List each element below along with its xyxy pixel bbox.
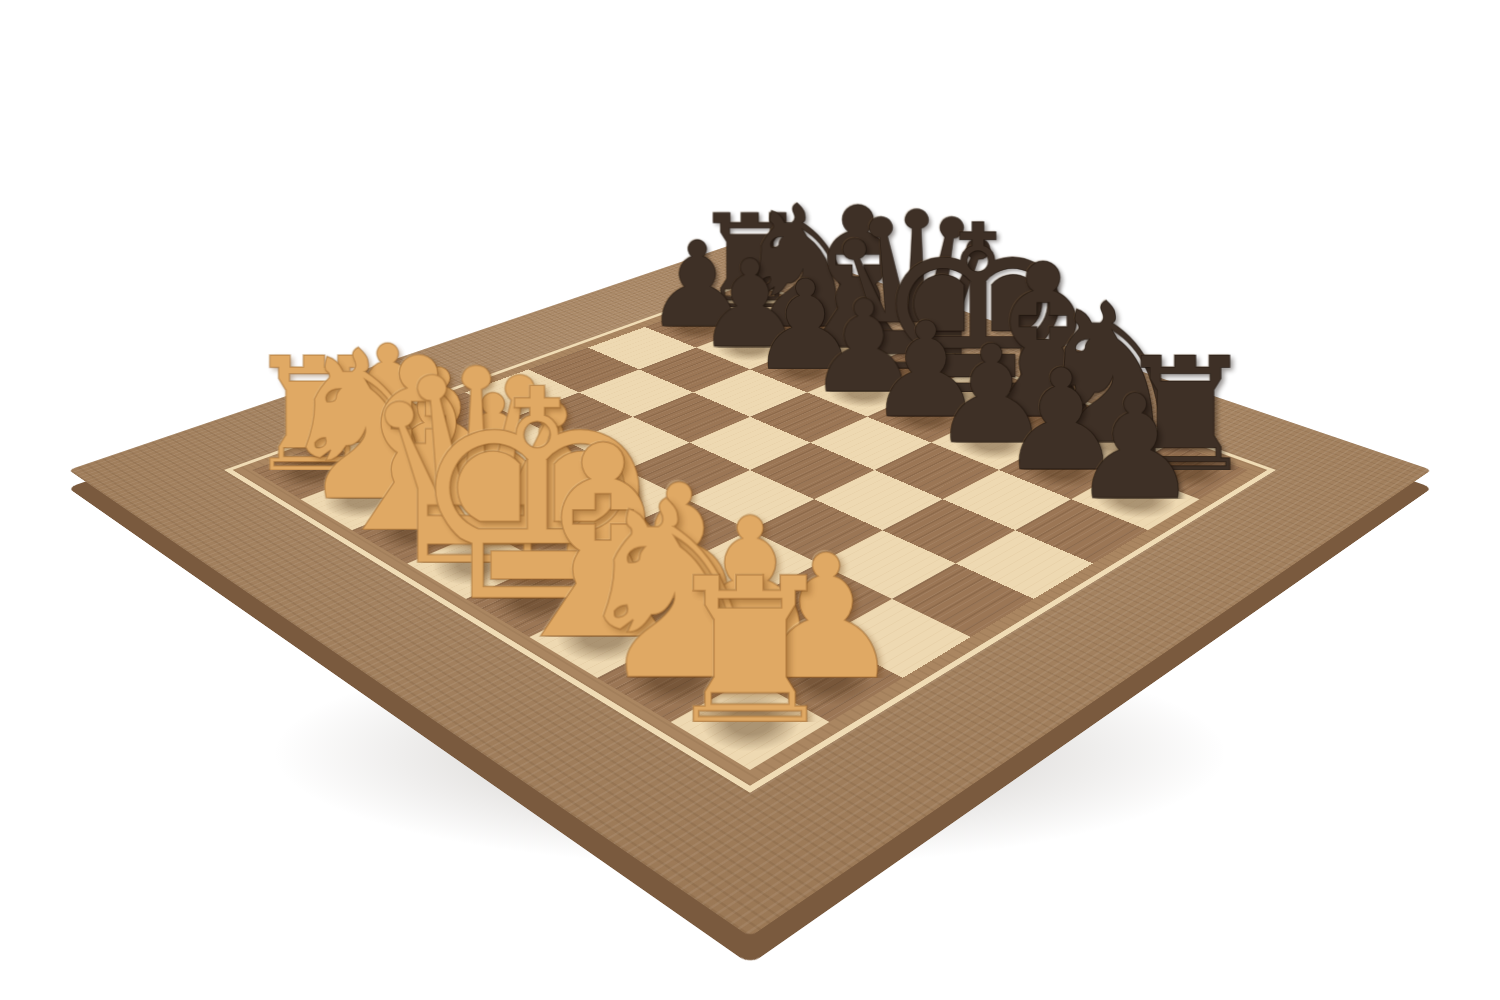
- photo-background: ♜♞♝♛♚♝♞♜♟♟♟♟♟♟♟♟♟♟♟♟♟♟♟♟♜♞♝♛♚♝♞♜: [0, 0, 1500, 1000]
- perspective-scene: ♜♞♝♛♚♝♞♜♟♟♟♟♟♟♟♟♟♟♟♟♟♟♟♟♜♞♝♛♚♝♞♜: [0, 0, 1500, 1000]
- chess-board: ♜♞♝♛♚♝♞♜♟♟♟♟♟♟♟♟♟♟♟♟♟♟♟♟♜♞♝♛♚♝♞♜: [68, 239, 1431, 937]
